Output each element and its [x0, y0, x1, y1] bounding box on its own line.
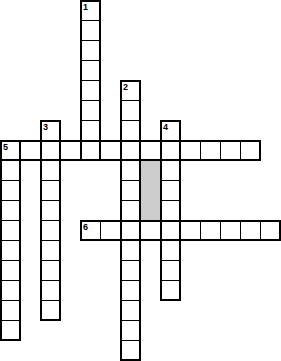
cell-r11c2[interactable]	[40, 220, 61, 241]
cell-r11c7[interactable]	[140, 220, 161, 241]
cell-r6c6[interactable]	[120, 120, 141, 141]
cell-r4c4[interactable]	[80, 80, 101, 101]
cell-r13c8[interactable]	[160, 260, 181, 281]
cell-r9c6[interactable]	[120, 180, 141, 201]
cell-r11c12[interactable]	[240, 220, 261, 241]
cell-r3c4[interactable]	[80, 60, 101, 81]
cell-r5c6[interactable]	[120, 100, 141, 121]
cell-r7c10[interactable]	[200, 140, 221, 161]
cell-r10c0[interactable]	[0, 200, 21, 221]
cell-r4c6[interactable]	[120, 80, 141, 101]
cell-r7c2[interactable]	[40, 140, 61, 161]
cell-r11c4[interactable]	[80, 220, 101, 241]
cell-r9c8[interactable]	[160, 180, 181, 201]
cell-r0c4[interactable]	[80, 0, 101, 21]
cell-r7c12[interactable]	[240, 140, 261, 161]
cell-r11c5[interactable]	[100, 220, 121, 241]
cell-r7c3[interactable]	[60, 140, 81, 161]
cell-r2c4[interactable]	[80, 40, 101, 61]
cell-r11c10[interactable]	[200, 220, 221, 241]
cell-r6c2[interactable]	[40, 120, 61, 141]
cell-r7c9[interactable]	[180, 140, 201, 161]
cell-r12c6[interactable]	[120, 240, 141, 261]
cell-r7c11[interactable]	[220, 140, 241, 161]
cell-r13c0[interactable]	[0, 260, 21, 281]
cell-r12c8[interactable]	[160, 240, 181, 261]
cell-r15c0[interactable]	[0, 300, 21, 321]
cell-r6c8[interactable]	[160, 120, 181, 141]
cell-r14c2[interactable]	[40, 280, 61, 301]
cell-r14c6[interactable]	[120, 280, 141, 301]
cell-r9c2[interactable]	[40, 180, 61, 201]
shaded-cell-r10c7[interactable]	[140, 200, 161, 221]
cell-r16c6[interactable]	[120, 320, 141, 341]
cell-r6c4[interactable]	[80, 120, 101, 141]
cell-r7c4[interactable]	[80, 140, 101, 161]
cell-r1c4[interactable]	[80, 20, 101, 41]
cell-r5c4[interactable]	[80, 100, 101, 121]
cell-r8c0[interactable]	[0, 160, 21, 181]
cell-r15c6[interactable]	[120, 300, 141, 321]
cell-r10c8[interactable]	[160, 200, 181, 221]
crossword-board: 123456	[0, 0, 281, 361]
cell-r11c0[interactable]	[0, 220, 21, 241]
cell-r13c2[interactable]	[40, 260, 61, 281]
cell-r8c6[interactable]	[120, 160, 141, 181]
shaded-cell-r9c7[interactable]	[140, 180, 161, 201]
cell-r12c2[interactable]	[40, 240, 61, 261]
cell-r14c0[interactable]	[0, 280, 21, 301]
cell-r9c0[interactable]	[0, 180, 21, 201]
cell-r7c8[interactable]	[160, 140, 181, 161]
cell-r7c6[interactable]	[120, 140, 141, 161]
cell-r15c2[interactable]	[40, 300, 61, 321]
cell-r11c13[interactable]	[260, 220, 281, 241]
cell-r10c2[interactable]	[40, 200, 61, 221]
cell-r8c8[interactable]	[160, 160, 181, 181]
cell-r7c7[interactable]	[140, 140, 161, 161]
cell-r7c0[interactable]	[0, 140, 21, 161]
cell-r13c6[interactable]	[120, 260, 141, 281]
cell-r8c2[interactable]	[40, 160, 61, 181]
cell-r10c6[interactable]	[120, 200, 141, 221]
cell-r14c8[interactable]	[160, 280, 181, 301]
shaded-cell-r8c7[interactable]	[140, 160, 161, 181]
cell-r11c8[interactable]	[160, 220, 181, 241]
cell-r7c1[interactable]	[20, 140, 41, 161]
cell-r11c11[interactable]	[220, 220, 241, 241]
cell-r11c6[interactable]	[120, 220, 141, 241]
cell-r16c0[interactable]	[0, 320, 21, 341]
cell-r17c6[interactable]	[120, 340, 141, 361]
cell-r11c9[interactable]	[180, 220, 201, 241]
cell-r7c5[interactable]	[100, 140, 121, 161]
cell-r12c0[interactable]	[0, 240, 21, 261]
